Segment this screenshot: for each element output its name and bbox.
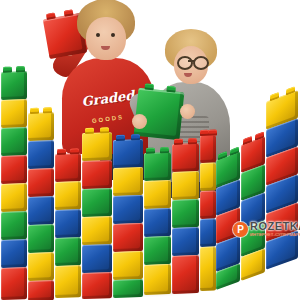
block-red (28, 168, 54, 197)
block-stud (160, 147, 169, 153)
block-blue (200, 218, 216, 247)
block-green (172, 199, 199, 228)
block-green (82, 188, 112, 217)
block-green (1, 211, 27, 240)
block-green (28, 224, 54, 253)
block-stud (43, 107, 52, 113)
block-stud (146, 148, 155, 154)
block-red (172, 143, 199, 172)
block-stud (188, 138, 197, 144)
block-red (82, 160, 112, 189)
block-red (113, 223, 143, 252)
block-stud (16, 66, 25, 72)
block-yellow (113, 167, 143, 196)
block-yellow (1, 99, 27, 128)
block-red (1, 267, 27, 300)
block-stud (174, 139, 183, 145)
block-stud (30, 108, 39, 114)
block-red (200, 134, 216, 163)
block-green (55, 237, 81, 266)
block-stud (116, 135, 125, 141)
block-stud (255, 132, 264, 141)
block-green (1, 71, 27, 100)
block-stud (286, 86, 295, 95)
block-stud (243, 136, 252, 145)
block-wall (0, 0, 300, 300)
block-stud (85, 128, 94, 134)
block-yellow (55, 181, 81, 210)
block-yellow (55, 265, 81, 298)
product-photo: Graded GOODS (0, 0, 300, 300)
block-red (1, 155, 27, 184)
block-stud (131, 134, 140, 140)
block-red (172, 255, 199, 294)
block-green (144, 236, 171, 265)
block-red (200, 190, 216, 219)
block-green (113, 279, 143, 298)
wall-face-right (216, 89, 300, 290)
block-stud (230, 147, 239, 156)
block-stud (3, 67, 12, 73)
rozetka-tagline-text: ИНТЕРНЕТ-СУПЕРМАРКЕТ (250, 233, 300, 237)
block-green (1, 127, 27, 156)
block-yellow (1, 183, 27, 212)
block-stud (100, 127, 109, 133)
block-blue (82, 244, 112, 273)
block-yellow (28, 112, 54, 141)
block-yellow (144, 180, 171, 209)
block-blue (55, 209, 81, 238)
block-yellow (144, 264, 171, 295)
block-yellow (200, 246, 216, 291)
block-blue (28, 140, 54, 169)
wall-face-front (0, 62, 216, 300)
block-yellow (113, 251, 143, 280)
block-blue (1, 239, 27, 268)
block-blue (113, 195, 143, 224)
block-yellow (200, 162, 216, 191)
block-yellow (82, 132, 112, 161)
block-blue (28, 196, 54, 225)
block-green (144, 152, 171, 181)
block-red (28, 280, 54, 300)
block-yellow (28, 252, 54, 281)
block-stud (57, 149, 66, 155)
block-blue (113, 139, 143, 168)
block-yellow (172, 171, 199, 200)
block-blue (172, 227, 199, 256)
block-stud (218, 151, 227, 160)
block-red (55, 153, 81, 182)
block-blue (144, 208, 171, 237)
block-stud (70, 148, 79, 154)
block-stud (270, 92, 279, 101)
rozetka-logo-icon: Р (233, 222, 248, 237)
block-yellow (82, 216, 112, 245)
rozetka-watermark: Р ROZETKA ИНТЕРНЕТ-СУПЕРМАРКЕТ (233, 221, 300, 238)
rozetka-brand-text: ROZETKA (250, 221, 300, 232)
block-red (82, 272, 112, 299)
